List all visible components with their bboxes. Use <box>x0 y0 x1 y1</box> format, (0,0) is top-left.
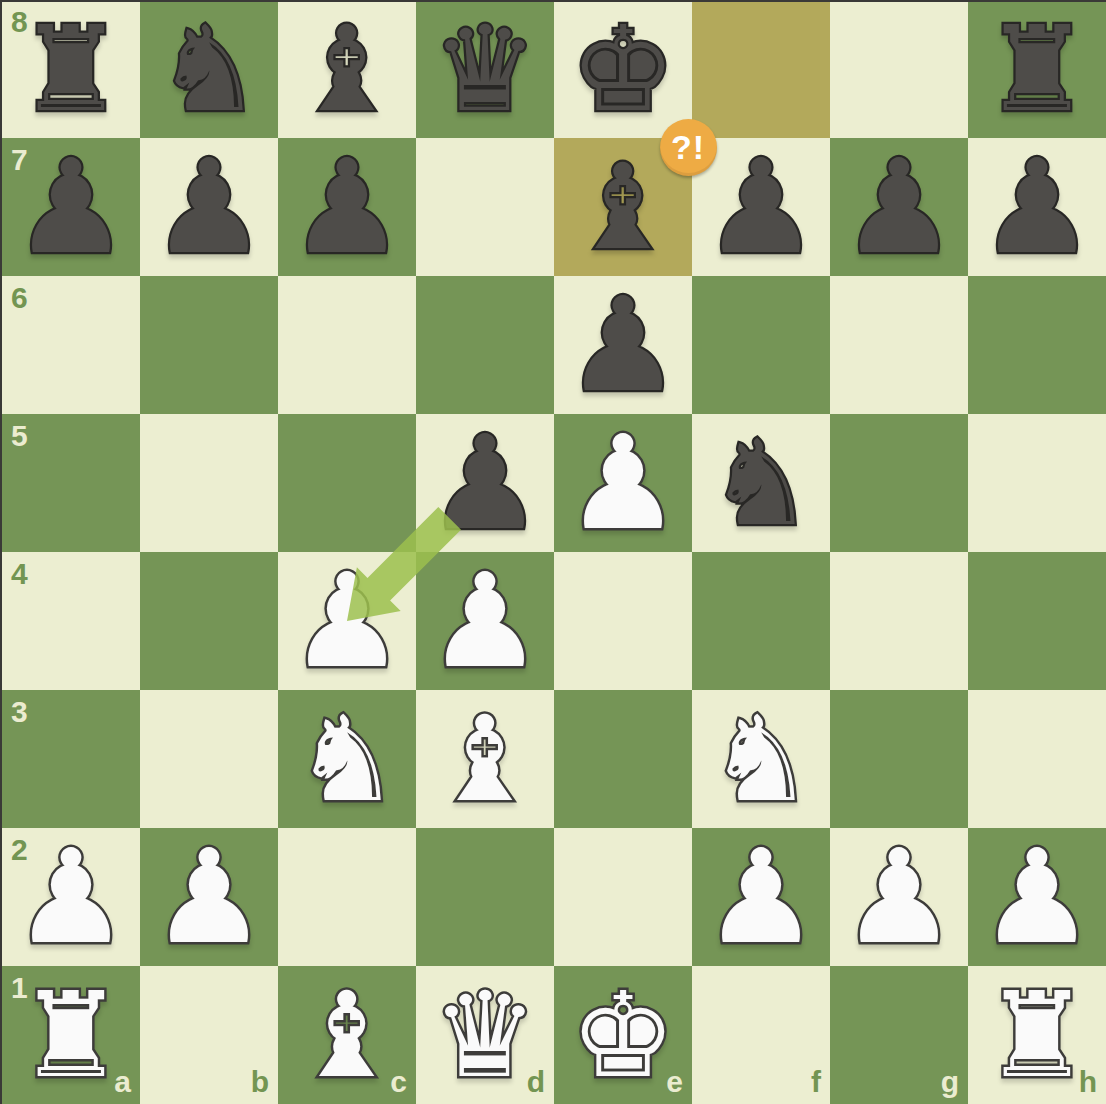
square-f4[interactable] <box>692 552 830 690</box>
square-d8[interactable]: ♛ <box>416 0 554 138</box>
piece-black-rook[interactable]: ♜ <box>2 0 140 138</box>
square-h5[interactable] <box>968 414 1106 552</box>
piece-white-rook[interactable]: ♜ <box>968 966 1106 1104</box>
square-a5[interactable]: 5 <box>2 414 140 552</box>
square-g5[interactable] <box>830 414 968 552</box>
square-e2[interactable] <box>554 828 692 966</box>
square-a1[interactable]: 1a♜ <box>2 966 140 1104</box>
square-f3[interactable]: ♞ <box>692 690 830 828</box>
square-c5[interactable] <box>278 414 416 552</box>
piece-white-pawn[interactable]: ♟ <box>554 414 692 552</box>
square-a4[interactable]: 4 <box>2 552 140 690</box>
square-h7[interactable]: ♟ <box>968 138 1106 276</box>
square-b6[interactable] <box>140 276 278 414</box>
square-a8[interactable]: 8♜ <box>2 0 140 138</box>
piece-black-queen[interactable]: ♛ <box>416 0 554 138</box>
file-label-f: f <box>811 1067 821 1097</box>
piece-black-rook[interactable]: ♜ <box>968 0 1106 138</box>
piece-white-pawn[interactable]: ♟ <box>416 552 554 690</box>
rank-label-5: 5 <box>11 421 28 451</box>
piece-white-knight[interactable]: ♞ <box>692 690 830 828</box>
piece-black-pawn[interactable]: ♟ <box>278 138 416 276</box>
square-e6[interactable]: ♟ <box>554 276 692 414</box>
piece-black-pawn[interactable]: ♟ <box>2 138 140 276</box>
square-d7[interactable] <box>416 138 554 276</box>
chess-board: 8♜♞♝♛♚♜7♟♟♟♝♟♟♟6♟5♟♟♞4♟♟3♞♝♞2♟♟♟♟♟1a♜bc♝… <box>2 0 1106 1104</box>
rank-label-4: 4 <box>11 559 28 589</box>
square-b5[interactable] <box>140 414 278 552</box>
square-a7[interactable]: 7♟ <box>2 138 140 276</box>
square-d1[interactable]: d♛ <box>416 966 554 1104</box>
move-quality-badge-text: ?! <box>671 128 705 167</box>
square-h1[interactable]: h♜ <box>968 966 1106 1104</box>
square-f5[interactable]: ♞ <box>692 414 830 552</box>
move-quality-badge: ?! <box>660 119 717 176</box>
piece-black-pawn[interactable]: ♟ <box>830 138 968 276</box>
square-b2[interactable]: ♟ <box>140 828 278 966</box>
square-b1[interactable]: b <box>140 966 278 1104</box>
square-h4[interactable] <box>968 552 1106 690</box>
square-c4[interactable]: ♟ <box>278 552 416 690</box>
board-frame: 8♜♞♝♛♚♜7♟♟♟♝♟♟♟6♟5♟♟♞4♟♟3♞♝♞2♟♟♟♟♟1a♜bc♝… <box>0 0 1106 1104</box>
square-e5[interactable]: ♟ <box>554 414 692 552</box>
square-b7[interactable]: ♟ <box>140 138 278 276</box>
square-c8[interactable]: ♝ <box>278 0 416 138</box>
square-h8[interactable]: ♜ <box>968 0 1106 138</box>
square-g2[interactable]: ♟ <box>830 828 968 966</box>
square-c6[interactable] <box>278 276 416 414</box>
square-g1[interactable]: g <box>830 966 968 1104</box>
square-f2[interactable]: ♟ <box>692 828 830 966</box>
rank-label-6: 6 <box>11 283 28 313</box>
piece-black-pawn[interactable]: ♟ <box>968 138 1106 276</box>
piece-white-pawn[interactable]: ♟ <box>968 828 1106 966</box>
square-f8[interactable] <box>692 0 830 138</box>
square-d4[interactable]: ♟ <box>416 552 554 690</box>
piece-white-pawn[interactable]: ♟ <box>140 828 278 966</box>
square-c2[interactable] <box>278 828 416 966</box>
rank-label-3: 3 <box>11 697 28 727</box>
square-g8[interactable] <box>830 0 968 138</box>
square-h3[interactable] <box>968 690 1106 828</box>
square-a6[interactable]: 6 <box>2 276 140 414</box>
piece-black-knight[interactable]: ♞ <box>140 0 278 138</box>
piece-black-pawn[interactable]: ♟ <box>554 276 692 414</box>
board-top-edge <box>0 0 1106 2</box>
piece-white-bishop[interactable]: ♝ <box>278 966 416 1104</box>
square-g6[interactable] <box>830 276 968 414</box>
square-c3[interactable]: ♞ <box>278 690 416 828</box>
square-b8[interactable]: ♞ <box>140 0 278 138</box>
square-e1[interactable]: e♚ <box>554 966 692 1104</box>
square-g3[interactable] <box>830 690 968 828</box>
square-c7[interactable]: ♟ <box>278 138 416 276</box>
piece-white-pawn[interactable]: ♟ <box>692 828 830 966</box>
square-h6[interactable] <box>968 276 1106 414</box>
square-e3[interactable] <box>554 690 692 828</box>
piece-white-bishop[interactable]: ♝ <box>416 690 554 828</box>
piece-white-pawn[interactable]: ♟ <box>278 552 416 690</box>
piece-black-pawn[interactable]: ♟ <box>416 414 554 552</box>
piece-black-pawn[interactable]: ♟ <box>140 138 278 276</box>
square-e4[interactable] <box>554 552 692 690</box>
piece-white-queen[interactable]: ♛ <box>416 966 554 1104</box>
square-b3[interactable] <box>140 690 278 828</box>
square-b4[interactable] <box>140 552 278 690</box>
piece-white-pawn[interactable]: ♟ <box>830 828 968 966</box>
square-e8[interactable]: ♚ <box>554 0 692 138</box>
square-h2[interactable]: ♟ <box>968 828 1106 966</box>
piece-black-bishop[interactable]: ♝ <box>278 0 416 138</box>
piece-white-knight[interactable]: ♞ <box>278 690 416 828</box>
piece-white-rook[interactable]: ♜ <box>2 966 140 1104</box>
piece-white-pawn[interactable]: ♟ <box>2 828 140 966</box>
square-a3[interactable]: 3 <box>2 690 140 828</box>
square-a2[interactable]: 2♟ <box>2 828 140 966</box>
square-f6[interactable] <box>692 276 830 414</box>
square-c1[interactable]: c♝ <box>278 966 416 1104</box>
square-d5[interactable]: ♟ <box>416 414 554 552</box>
square-d2[interactable] <box>416 828 554 966</box>
piece-white-king[interactable]: ♚ <box>554 966 692 1104</box>
piece-black-king[interactable]: ♚ <box>554 0 692 138</box>
file-label-b: b <box>251 1067 269 1097</box>
square-g4[interactable] <box>830 552 968 690</box>
piece-black-knight[interactable]: ♞ <box>692 414 830 552</box>
square-d3[interactable]: ♝ <box>416 690 554 828</box>
file-label-g: g <box>941 1067 959 1097</box>
square-g7[interactable]: ♟ <box>830 138 968 276</box>
square-d6[interactable] <box>416 276 554 414</box>
square-f1[interactable]: f <box>692 966 830 1104</box>
